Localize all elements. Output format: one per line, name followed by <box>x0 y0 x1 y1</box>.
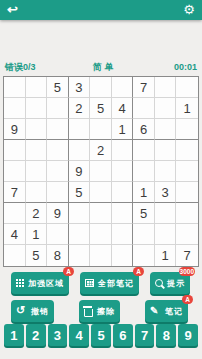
all-notes-button[interactable]: A 全部笔记 <box>80 272 139 294</box>
cell-r1c2[interactable] <box>26 77 48 98</box>
cell-r5c6[interactable] <box>112 161 134 182</box>
cell-r7c8[interactable] <box>155 203 177 224</box>
cell-r9c9[interactable]: 7 <box>176 245 198 266</box>
cell-r7c5[interactable] <box>90 203 112 224</box>
cell-r6c4[interactable]: 5 <box>69 182 91 203</box>
cell-r2c2[interactable] <box>26 98 48 119</box>
cell-r7c1[interactable] <box>4 203 26 224</box>
cell-r9c3[interactable]: 8 <box>47 245 69 266</box>
cell-r4c4[interactable] <box>69 140 91 161</box>
cell-r8c4[interactable] <box>69 224 91 245</box>
cell-r4c8[interactable] <box>155 140 177 161</box>
cell-r8c1[interactable]: 4 <box>4 224 26 245</box>
cell-r4c9[interactable] <box>176 140 198 161</box>
cell-r4c3[interactable] <box>47 140 69 161</box>
num-key-3[interactable]: 3 <box>48 324 68 346</box>
erase-label: 擦除 <box>97 306 115 317</box>
cell-r3c6[interactable]: 1 <box>112 119 134 140</box>
undo-button[interactable]: 撤销 <box>11 300 54 322</box>
cell-r3c2[interactable] <box>26 119 48 140</box>
cell-r2c6[interactable]: 4 <box>112 98 134 119</box>
num-key-1[interactable]: 1 <box>4 324 24 346</box>
cell-r4c2[interactable] <box>26 140 48 161</box>
cell-r4c1[interactable] <box>4 140 26 161</box>
timer: 00:01 <box>174 62 197 72</box>
all-notes-label: 全部笔记 <box>98 278 134 289</box>
cell-r8c6[interactable] <box>112 224 134 245</box>
cell-r1c5[interactable] <box>90 77 112 98</box>
cell-r6c9[interactable] <box>176 182 198 203</box>
cell-r6c5[interactable] <box>90 182 112 203</box>
cell-r9c2[interactable]: 5 <box>26 245 48 266</box>
cell-r3c5[interactable] <box>90 119 112 140</box>
cell-r2c9[interactable]: 1 <box>176 98 198 119</box>
hint-count-badge: 3000 <box>179 267 195 276</box>
cell-r9c1[interactable] <box>4 245 26 266</box>
cell-r3c3[interactable] <box>47 119 69 140</box>
cell-r9c4[interactable] <box>69 245 91 266</box>
cell-r8c9[interactable] <box>176 224 198 245</box>
notes-button[interactable]: A 笔记 <box>145 300 188 322</box>
cell-r2c3[interactable] <box>47 98 69 119</box>
errors-counter: 错误0/3 <box>5 61 36 74</box>
cell-r7c9[interactable] <box>176 203 198 224</box>
cell-r5c9[interactable] <box>176 161 198 182</box>
cell-r1c9[interactable] <box>176 77 198 98</box>
magnifier-icon <box>155 279 163 287</box>
cell-r7c6[interactable] <box>112 203 134 224</box>
pencil-icon <box>150 306 161 317</box>
cell-r2c5[interactable]: 5 <box>90 98 112 119</box>
cell-r3c1[interactable]: 9 <box>4 119 26 140</box>
hint-label: 提示 <box>167 278 185 289</box>
ad-badge: A <box>133 267 144 276</box>
sudoku-board: 5372541916297513295415817 <box>3 76 199 267</box>
cell-r2c8[interactable] <box>155 98 177 119</box>
settings-gear-icon[interactable] <box>183 0 195 20</box>
cell-r8c7[interactable] <box>133 224 155 245</box>
num-key-8[interactable]: 8 <box>156 324 176 346</box>
erase-button[interactable]: 擦除 <box>79 300 120 322</box>
num-key-4[interactable]: 4 <box>69 324 89 346</box>
status-bar: 错误0/3 简单 00:01 <box>0 60 202 74</box>
cell-r6c1[interactable]: 7 <box>4 182 26 203</box>
cell-r7c3[interactable]: 9 <box>47 203 69 224</box>
cell-r8c3[interactable] <box>47 224 69 245</box>
num-key-9[interactable]: 9 <box>178 324 198 346</box>
cell-r4c5[interactable]: 2 <box>90 140 112 161</box>
cell-r6c3[interactable] <box>47 182 69 203</box>
cell-r2c1[interactable] <box>4 98 26 119</box>
cell-r5c7[interactable] <box>133 161 155 182</box>
cell-r5c8[interactable] <box>155 161 177 182</box>
cell-r3c7[interactable]: 6 <box>133 119 155 140</box>
grid-icon <box>16 279 24 287</box>
highlight-regions-label: 加强区域 <box>28 278 64 289</box>
num-key-5[interactable]: 5 <box>91 324 111 346</box>
number-pad: 123456789 <box>0 324 202 346</box>
cell-r4c7[interactable] <box>133 140 155 161</box>
back-icon[interactable] <box>7 0 18 20</box>
cell-r7c4[interactable] <box>69 203 91 224</box>
cell-r1c6[interactable] <box>112 77 134 98</box>
cell-r3c9[interactable] <box>176 119 198 140</box>
cell-r5c1[interactable] <box>4 161 26 182</box>
cell-r8c5[interactable] <box>90 224 112 245</box>
cell-r1c4[interactable]: 3 <box>69 77 91 98</box>
cell-r7c7[interactable]: 5 <box>133 203 155 224</box>
cell-r6c7[interactable]: 1 <box>133 182 155 203</box>
cell-r9c6[interactable] <box>112 245 134 266</box>
cell-r9c8[interactable]: 1 <box>155 245 177 266</box>
cell-r3c8[interactable] <box>155 119 177 140</box>
cell-r6c2[interactable] <box>26 182 48 203</box>
cell-r8c8[interactable] <box>155 224 177 245</box>
cell-r1c1[interactable] <box>4 77 26 98</box>
app-bar <box>0 0 202 20</box>
hint-button[interactable]: 3000 提示 <box>150 272 190 294</box>
cell-r6c6[interactable] <box>112 182 134 203</box>
cell-r1c7[interactable]: 7 <box>133 77 155 98</box>
cell-r9c5[interactable] <box>90 245 112 266</box>
cell-r8c2[interactable]: 1 <box>26 224 48 245</box>
difficulty-label: 简单 <box>93 61 117 74</box>
calendar-grid-icon <box>85 279 94 287</box>
cell-r5c5[interactable] <box>90 161 112 182</box>
cell-r5c4[interactable]: 9 <box>69 161 91 182</box>
cell-r1c8[interactable] <box>155 77 177 98</box>
cell-r5c2[interactable] <box>26 161 48 182</box>
tool-row-bottom: 撤销 擦除 A 笔记 <box>0 300 202 322</box>
notes-label: 笔记 <box>165 306 183 317</box>
ad-badge: A <box>182 295 193 304</box>
num-key-6[interactable]: 6 <box>113 324 133 346</box>
cell-r3c4[interactable] <box>69 119 91 140</box>
sudoku-app: 错误0/3 简单 00:01 5372541916297513295415817… <box>0 0 202 359</box>
num-key-7[interactable]: 7 <box>135 324 155 346</box>
cell-r2c7[interactable] <box>133 98 155 119</box>
cell-r4c6[interactable] <box>112 140 134 161</box>
trash-icon <box>84 309 93 317</box>
cell-r6c8[interactable]: 3 <box>155 182 177 203</box>
cell-r9c7[interactable] <box>133 245 155 266</box>
undo-label: 撤销 <box>31 306 49 317</box>
cell-r5c3[interactable] <box>47 161 69 182</box>
highlight-regions-button[interactable]: A 加强区域 <box>11 272 69 294</box>
tool-row-top: A 加强区域 A 全部笔记 3000 提示 <box>0 272 202 294</box>
cell-r1c3[interactable]: 5 <box>47 77 69 98</box>
cell-r7c2[interactable]: 2 <box>26 203 48 224</box>
undo-icon <box>16 305 27 317</box>
num-key-2[interactable]: 2 <box>26 324 46 346</box>
cell-r2c4[interactable]: 2 <box>69 98 91 119</box>
ad-badge: A <box>63 267 74 276</box>
